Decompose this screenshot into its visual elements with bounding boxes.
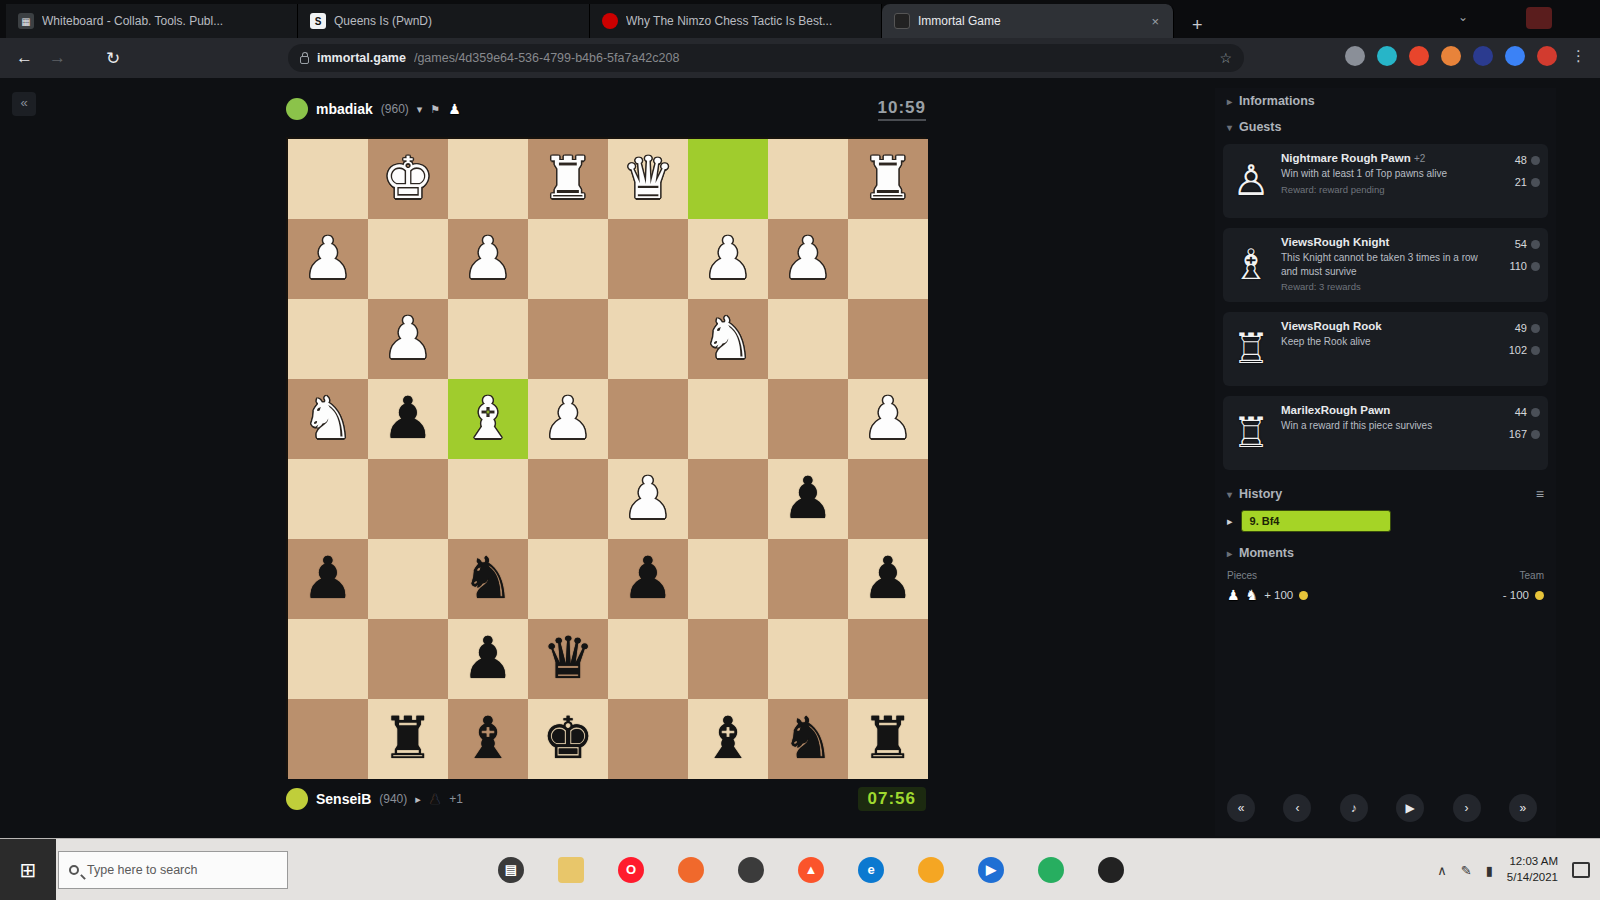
square-c8[interactable]: ♝ xyxy=(688,699,768,779)
top-player-name[interactable]: mbadiak xyxy=(316,101,373,117)
quest-card-4[interactable]: ♖MarilexRough PawnWin a reward if this p… xyxy=(1223,396,1548,470)
opera-icon[interactable]: O xyxy=(618,857,644,883)
square-d8[interactable] xyxy=(608,699,688,779)
square-c4[interactable] xyxy=(688,379,768,459)
browser-tab-4[interactable]: Immortal Game× xyxy=(882,4,1174,38)
pieces-right-label: Team xyxy=(1520,570,1544,581)
square-a8[interactable]: ♜ xyxy=(848,699,928,779)
black-piece-q-e7[interactable]: ♛ xyxy=(528,619,608,697)
square-d5[interactable]: ♟ xyxy=(608,459,688,539)
search-icon xyxy=(69,865,79,875)
section-guests[interactable]: ▾ Guests xyxy=(1215,114,1556,140)
square-e2[interactable] xyxy=(528,219,608,299)
square-c6[interactable] xyxy=(688,539,768,619)
square-d7[interactable] xyxy=(608,619,688,699)
square-h6[interactable]: ♟ xyxy=(288,539,368,619)
square-a5[interactable] xyxy=(848,459,928,539)
white-piece-p-c2[interactable]: ♟ xyxy=(688,219,768,297)
black-app-icon[interactable] xyxy=(1098,857,1124,883)
extension-icon-1[interactable] xyxy=(1345,46,1365,66)
right-sidebar: ▸ Informations ▾ Guests ♙Nightmare Rough… xyxy=(1215,88,1556,836)
square-f6[interactable]: ♞ xyxy=(448,539,528,619)
square-h4[interactable]: ♞ xyxy=(288,379,368,459)
card-stat-value: 102 xyxy=(1509,344,1540,356)
bottom-player-rating: (940) xyxy=(379,792,407,806)
square-c7[interactable] xyxy=(688,619,768,699)
card-stat-value: 48 xyxy=(1515,154,1540,166)
guests-label: Guests xyxy=(1239,120,1281,134)
url-path: /games/4d359e64-536-4799-b4b6-5fa7a42c20… xyxy=(414,51,1212,65)
wager-pawn-icon: ♟ xyxy=(1227,587,1240,603)
square-c2[interactable]: ♟ xyxy=(688,219,768,299)
stat-icon xyxy=(1531,430,1540,439)
square-c1[interactable] xyxy=(688,139,768,219)
white-piece-q-d1[interactable]: ♛ xyxy=(608,139,688,217)
white-piece-n-h4[interactable]: ♞ xyxy=(288,379,368,457)
square-g5[interactable] xyxy=(368,459,448,539)
url-domain: immortal.game xyxy=(317,51,406,65)
search-placeholder: Type here to search xyxy=(87,863,197,877)
square-g4[interactable]: ♟ xyxy=(368,379,448,459)
card-title: ViewsRough Knight xyxy=(1281,236,1490,248)
windows-taskbar: ⊞ Type here to search ▤O▲e▶ ∧ ✎ ▮ 12:03 … xyxy=(0,838,1600,900)
black-piece-p-h6[interactable]: ♟ xyxy=(288,539,368,617)
black-piece-r-a8[interactable]: ♜ xyxy=(848,699,928,777)
bottom-player-clock: 07:56 xyxy=(858,787,926,811)
card-piece-icon: ♖ xyxy=(1229,320,1273,378)
grid-favicon-icon: ▦ xyxy=(18,13,34,29)
white-piece-p-e4[interactable]: ♟ xyxy=(528,379,608,457)
sidebar-collapse-button[interactable]: « xyxy=(12,92,36,116)
section-informations[interactable]: ▸ Informations xyxy=(1215,88,1556,114)
chevron-icon: ▸ xyxy=(1227,96,1232,107)
reload-button[interactable]: ↻ xyxy=(106,48,120,69)
black-piece-k-e8[interactable]: ♚ xyxy=(528,699,608,777)
square-a3[interactable] xyxy=(848,299,928,379)
extension-icon-7[interactable] xyxy=(1537,46,1557,66)
card-stat-value: 54 xyxy=(1515,238,1540,250)
black-piece-n-f6[interactable]: ♞ xyxy=(448,539,528,617)
history-pointer-icon[interactable]: ▸ xyxy=(1227,515,1233,528)
square-h3[interactable] xyxy=(288,299,368,379)
square-a4[interactable]: ♟ xyxy=(848,379,928,459)
wager-right-value[interactable]: - 100 xyxy=(1503,589,1529,601)
bottom-player-name[interactable]: SenseiB xyxy=(316,791,371,807)
stat-icon xyxy=(1531,324,1540,333)
bottom-player-bar: SenseiB (940) ▸ ♟ +1 07:56 xyxy=(286,782,926,816)
chevron-down-icon[interactable]: ▾ xyxy=(417,103,423,116)
tab-close-icon[interactable]: × xyxy=(1149,14,1161,29)
square-g6[interactable] xyxy=(368,539,448,619)
chevron-icon: ▸ xyxy=(1227,548,1232,559)
taskbar-clock[interactable]: 12:03 AM 5/14/2021 xyxy=(1507,854,1558,885)
card-subtext: Reward: 3 rewards xyxy=(1281,281,1490,292)
black-piece-b-c8[interactable]: ♝ xyxy=(688,699,768,777)
square-e5[interactable] xyxy=(528,459,608,539)
pieces-label: Pieces xyxy=(1227,570,1257,581)
card-piece-icon: ♗ xyxy=(1229,236,1273,294)
square-h8[interactable] xyxy=(288,699,368,779)
black-piece-b-f8[interactable]: ♝ xyxy=(448,699,528,777)
stat-icon xyxy=(1531,240,1540,249)
square-f1[interactable] xyxy=(448,139,528,219)
browser-tab-3[interactable]: Why The Nimzo Chess Tactic Is Best... xyxy=(590,4,882,38)
sound-button[interactable]: ♪ xyxy=(1340,794,1368,822)
white-side-pawn-icon: ♟ xyxy=(448,101,461,117)
firefox-icon[interactable] xyxy=(678,857,704,883)
tab-title: Whiteboard - Collab. Tools. Publ... xyxy=(42,14,285,28)
history-label: History xyxy=(1239,487,1282,501)
square-c3[interactable]: ♞ xyxy=(688,299,768,379)
square-a2[interactable] xyxy=(848,219,928,299)
informations-label: Informations xyxy=(1239,94,1315,108)
bookmark-star-icon[interactable]: ☆ xyxy=(1219,50,1232,66)
card-stat-value: 167 xyxy=(1509,428,1540,440)
extensions-row: ⋮ xyxy=(1345,46,1586,66)
black-piece-r-g8[interactable]: ♜ xyxy=(368,699,448,777)
quest-card-3[interactable]: ♖ViewsRough RookKeep the Rook alive49102 xyxy=(1223,312,1548,386)
square-b5[interactable]: ♟ xyxy=(768,459,848,539)
square-g1[interactable]: ♚ xyxy=(368,139,448,219)
square-g7[interactable] xyxy=(368,619,448,699)
orange-app-icon[interactable] xyxy=(918,857,944,883)
quest-card-1[interactable]: ♙Nightmare Rough Pawn +2Win with at leas… xyxy=(1223,144,1548,218)
browser-badge-icon[interactable] xyxy=(1526,7,1552,29)
square-d4[interactable] xyxy=(608,379,688,459)
stat-icon xyxy=(1531,408,1540,417)
extension-icon-6[interactable] xyxy=(1505,46,1525,66)
square-b6[interactable] xyxy=(768,539,848,619)
card-stat-value: 110 xyxy=(1509,260,1540,272)
bottom-player-extra: +1 xyxy=(449,792,463,806)
history-menu-icon[interactable]: ≡ xyxy=(1536,486,1544,502)
player-flag-icon: ⚑ xyxy=(430,103,440,116)
square-a1[interactable]: ♜ xyxy=(848,139,928,219)
extension-icon-2[interactable] xyxy=(1377,46,1397,66)
white-piece-b-f4[interactable]: ♝ xyxy=(448,379,528,457)
wager-left-value[interactable]: + 100 xyxy=(1264,589,1293,601)
square-g8[interactable]: ♜ xyxy=(368,699,448,779)
square-b4[interactable] xyxy=(768,379,848,459)
card-stat-value: 49 xyxy=(1515,322,1540,334)
lock-icon xyxy=(300,56,309,64)
stat-icon xyxy=(1531,262,1540,271)
stat-icon xyxy=(1531,346,1540,355)
square-f3[interactable] xyxy=(448,299,528,379)
square-a7[interactable] xyxy=(848,619,928,699)
chevron-right-icon[interactable]: ▸ xyxy=(415,793,421,806)
dark-app-icon[interactable] xyxy=(738,857,764,883)
wager-knight-icon: ♞ xyxy=(1246,587,1259,603)
moments-label: Moments xyxy=(1239,546,1294,560)
section-history[interactable]: ▾ History ≡ xyxy=(1215,480,1556,508)
bottom-player-avatar[interactable] xyxy=(286,788,308,810)
browser-tab-1[interactable]: ▦Whiteboard - Collab. Tools. Publ... xyxy=(6,4,298,38)
square-b2[interactable]: ♟ xyxy=(768,219,848,299)
white-piece-p-g3[interactable]: ♟ xyxy=(368,299,448,377)
white-piece-p-h2[interactable]: ♟ xyxy=(288,219,368,297)
square-f8[interactable]: ♝ xyxy=(448,699,528,779)
black-piece-p-d6[interactable]: ♟ xyxy=(608,539,688,617)
movies-icon[interactable]: ▶ xyxy=(978,857,1004,883)
card-description: This Knight cannot be taken 3 times in a… xyxy=(1281,251,1490,278)
white-piece-k-g1[interactable]: ♚ xyxy=(368,139,448,217)
doc-favicon-icon: S xyxy=(310,13,326,29)
prev-move-button[interactable]: ‹ xyxy=(1283,794,1311,822)
square-b3[interactable] xyxy=(768,299,848,379)
clock-time: 12:03 AM xyxy=(1507,854,1558,870)
browser-menu-icon[interactable]: ⋮ xyxy=(1571,47,1586,65)
address-bar[interactable]: immortal.game /games/4d359e64-536-4799-b… xyxy=(288,44,1244,72)
start-button[interactable]: ⊞ xyxy=(0,839,56,900)
black-side-pawn-icon: ♟ xyxy=(429,791,442,807)
white-piece-r-e1[interactable]: ♜ xyxy=(528,139,608,217)
tab-title: Immortal Game xyxy=(918,14,1141,28)
extension-icon-4[interactable] xyxy=(1441,46,1461,66)
square-f5[interactable] xyxy=(448,459,528,539)
forward-button[interactable]: → xyxy=(49,48,66,68)
pen-tray-icon[interactable]: ✎ xyxy=(1461,863,1472,878)
card-piece-icon: ♖ xyxy=(1229,404,1273,462)
square-e6[interactable] xyxy=(528,539,608,619)
square-h2[interactable]: ♟ xyxy=(288,219,368,299)
square-e8[interactable]: ♚ xyxy=(528,699,608,779)
card-tag: +2 xyxy=(1414,153,1425,164)
white-piece-p-a4[interactable]: ♟ xyxy=(848,379,928,457)
card-piece-icon: ♙ xyxy=(1229,152,1273,210)
chess-board[interactable]: ♚♜♛♜♟♟♟♟♟♞♞♟♝♟♟♟♟♟♞♟♟♟♛♜♝♚♝♞♜ xyxy=(286,137,926,777)
card-title: MarilexRough Pawn xyxy=(1281,404,1490,416)
clock-date: 5/14/2021 xyxy=(1507,870,1558,886)
square-h7[interactable] xyxy=(288,619,368,699)
brave-icon[interactable]: ▲ xyxy=(798,857,824,883)
square-h1[interactable] xyxy=(288,139,368,219)
square-b1[interactable] xyxy=(768,139,848,219)
top-player-clock: 10:59 xyxy=(878,98,926,121)
task-view-icon[interactable]: ▤ xyxy=(498,857,524,883)
square-d1[interactable]: ♛ xyxy=(608,139,688,219)
battery-tray-icon[interactable]: ▮ xyxy=(1486,863,1493,878)
square-h5[interactable] xyxy=(288,459,368,539)
chevron-icon: ▾ xyxy=(1227,122,1232,133)
top-player-rating: (960) xyxy=(381,102,409,116)
tab-search-caret-icon[interactable]: ⌄ xyxy=(1458,10,1468,24)
immortal-favicon-icon xyxy=(894,13,910,29)
card-description: Win with at least 1 of Top pawns alive xyxy=(1281,167,1490,181)
square-f4[interactable]: ♝ xyxy=(448,379,528,459)
square-g2[interactable] xyxy=(368,219,448,299)
current-move-chip[interactable]: 9. Bf4 xyxy=(1241,510,1391,532)
edge-icon[interactable]: e xyxy=(858,857,884,883)
black-piece-n-b8[interactable]: ♞ xyxy=(768,699,848,777)
new-tab-button[interactable]: + xyxy=(1184,13,1211,38)
play-button[interactable]: ▶ xyxy=(1396,794,1424,822)
square-b8[interactable]: ♞ xyxy=(768,699,848,779)
system-tray: ∧ ✎ ▮ 12:03 AM 5/14/2021 xyxy=(1437,839,1590,900)
black-piece-p-g4[interactable]: ♟ xyxy=(368,379,448,457)
card-stat-value: 21 xyxy=(1515,176,1540,188)
browser-toolbar: ← → ↻ immortal.game /games/4d359e64-536-… xyxy=(0,38,1600,78)
white-piece-p-f2[interactable]: ♟ xyxy=(448,219,528,297)
energy-icon xyxy=(1535,591,1544,600)
extension-icon-5[interactable] xyxy=(1473,46,1493,66)
chevron-icon: ▾ xyxy=(1227,489,1232,500)
white-piece-p-d5[interactable]: ♟ xyxy=(608,459,688,537)
square-f7[interactable]: ♟ xyxy=(448,619,528,699)
card-title: ViewsRough Rook xyxy=(1281,320,1490,332)
white-piece-r-a1[interactable]: ♜ xyxy=(848,139,928,217)
top-player-bar: mbadiak (960) ▾ ⚑ ♟ 10:59 xyxy=(286,92,926,126)
youtube-favicon-icon xyxy=(602,13,618,29)
square-a6[interactable]: ♟ xyxy=(848,539,928,619)
square-d6[interactable]: ♟ xyxy=(608,539,688,619)
square-g3[interactable]: ♟ xyxy=(368,299,448,379)
back-button[interactable]: ← xyxy=(16,48,33,68)
white-piece-n-c3[interactable]: ♞ xyxy=(688,299,768,377)
extension-icon-3[interactable] xyxy=(1409,46,1429,66)
square-e4[interactable]: ♟ xyxy=(528,379,608,459)
last-move-button[interactable]: » xyxy=(1509,794,1537,822)
square-d3[interactable] xyxy=(608,299,688,379)
energy-icon xyxy=(1299,591,1308,600)
black-piece-p-b5[interactable]: ♟ xyxy=(768,459,848,537)
green-app-icon[interactable] xyxy=(1038,857,1064,883)
stat-icon xyxy=(1531,178,1540,187)
first-move-button[interactable]: « xyxy=(1227,794,1255,822)
top-player-avatar[interactable] xyxy=(286,98,308,120)
next-move-button[interactable]: › xyxy=(1453,794,1481,822)
card-stat-value: 44 xyxy=(1515,406,1540,418)
square-f2[interactable]: ♟ xyxy=(448,219,528,299)
screen: ▦Whiteboard - Collab. Tools. Publ...SQue… xyxy=(0,0,1600,900)
section-moments[interactable]: ▸ Moments xyxy=(1215,540,1556,566)
wager-panel: Pieces Team ♟ ♞ + 100 - 100 xyxy=(1215,566,1556,607)
square-b7[interactable] xyxy=(768,619,848,699)
card-subtext: Reward: reward pending xyxy=(1281,184,1490,195)
tab-title: Why The Nimzo Chess Tactic Is Best... xyxy=(626,14,869,28)
black-piece-p-a6[interactable]: ♟ xyxy=(848,539,928,617)
tab-title: Queens Is (PwnD) xyxy=(334,14,577,28)
taskbar-search-input[interactable]: Type here to search xyxy=(58,851,288,889)
square-e3[interactable] xyxy=(528,299,608,379)
square-e7[interactable]: ♛ xyxy=(528,619,608,699)
playback-controls: «‹♪▶›» xyxy=(1227,794,1537,822)
card-description: Keep the Rook alive xyxy=(1281,335,1490,349)
card-description: Win a reward if this piece survives xyxy=(1281,419,1490,433)
square-c5[interactable] xyxy=(688,459,768,539)
hidden-icons-caret[interactable]: ∧ xyxy=(1437,863,1447,878)
browser-tab-strip: ▦Whiteboard - Collab. Tools. Publ...SQue… xyxy=(0,0,1600,38)
folder-icon[interactable] xyxy=(558,857,584,883)
browser-tab-2[interactable]: SQueens Is (PwnD) xyxy=(298,4,590,38)
immortal-game-page: « mbadiak (960) ▾ ⚑ ♟ 10:59 ♚♜♛♜♟♟♟♟♟♞♞♟… xyxy=(0,78,1600,838)
history-row: ▸ 9. Bf4 xyxy=(1215,508,1556,534)
quest-card-2[interactable]: ♗ViewsRough KnightThis Knight cannot be … xyxy=(1223,228,1548,302)
stat-icon xyxy=(1531,156,1540,165)
square-e1[interactable]: ♜ xyxy=(528,139,608,219)
notification-center-icon[interactable] xyxy=(1572,862,1590,878)
white-piece-p-b2[interactable]: ♟ xyxy=(768,219,848,297)
black-piece-p-f7[interactable]: ♟ xyxy=(448,619,528,697)
card-title: Nightmare Rough Pawn +2 xyxy=(1281,152,1490,164)
square-d2[interactable] xyxy=(608,219,688,299)
